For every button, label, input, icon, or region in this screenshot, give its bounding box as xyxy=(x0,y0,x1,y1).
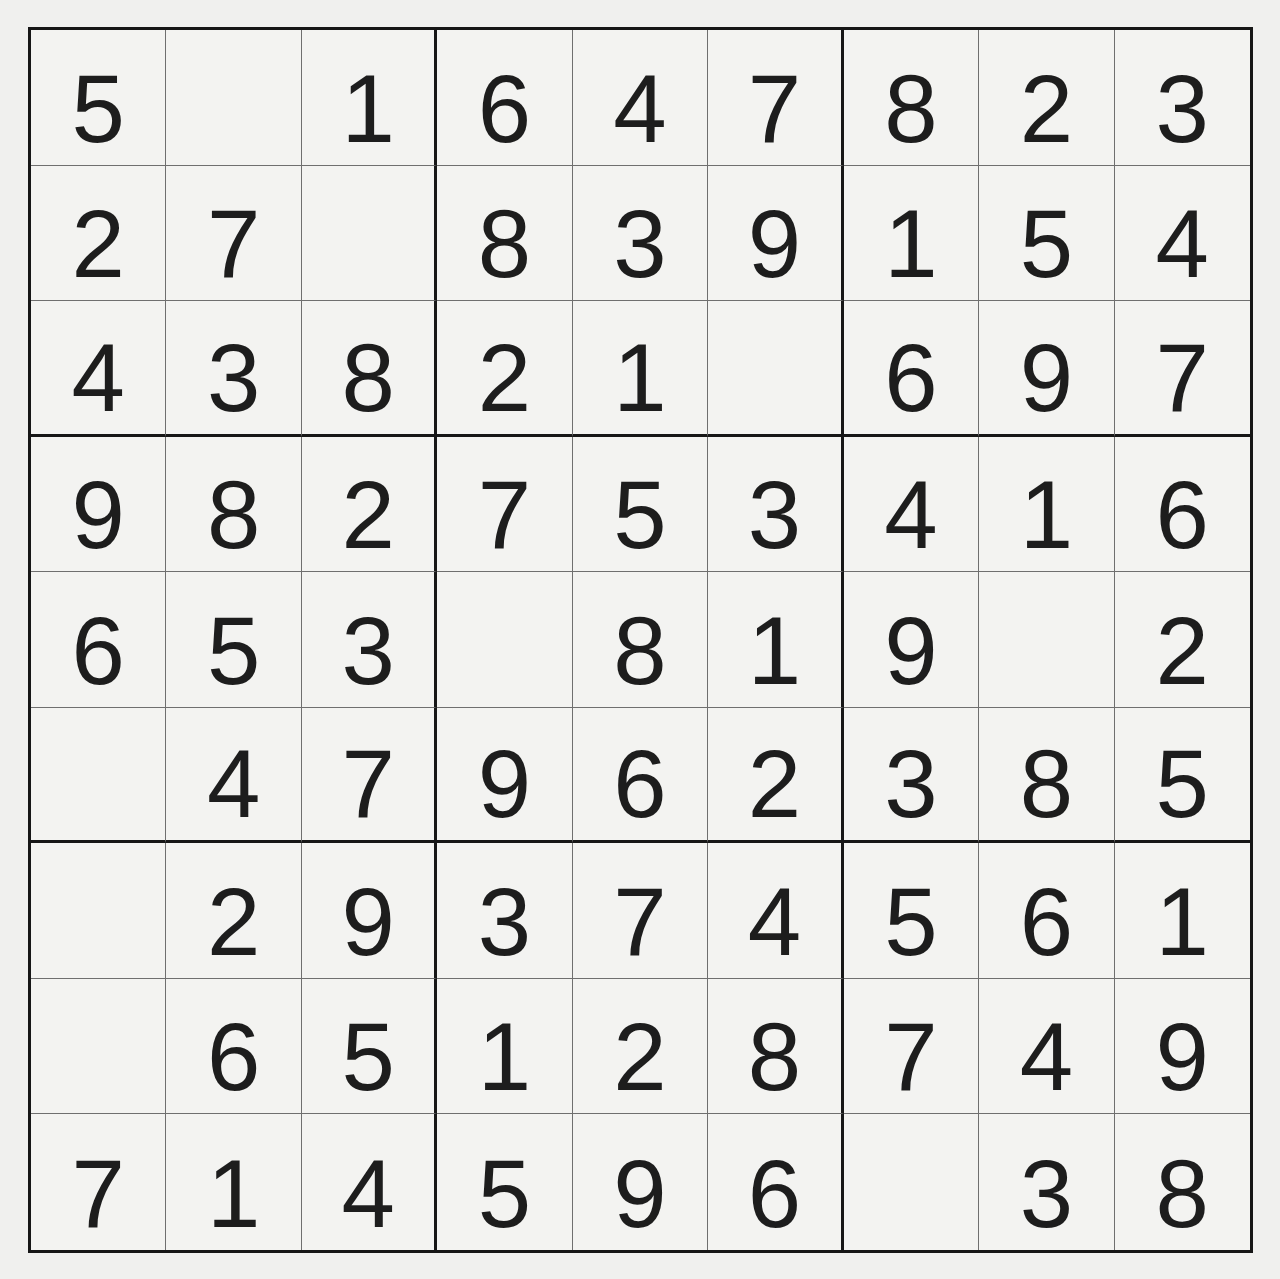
cell-r5c9[interactable]: 2 xyxy=(1115,572,1250,708)
cell-r9c3[interactable]: 4 xyxy=(302,1114,437,1250)
cell-r7c4[interactable]: 3 xyxy=(437,843,572,979)
cell-r7c7[interactable]: 5 xyxy=(844,843,979,979)
cell-r6c6[interactable]: 2 xyxy=(708,708,843,844)
cell-r8c2[interactable]: 6 xyxy=(166,979,301,1115)
cell-r8c6[interactable]: 8 xyxy=(708,979,843,1115)
cell-r1c1[interactable]: 5 xyxy=(31,30,166,166)
cell-r2c2[interactable]: 7 xyxy=(166,166,301,302)
cell-r3c5[interactable]: 1 xyxy=(573,301,708,437)
cell-r6c2[interactable]: 4 xyxy=(166,708,301,844)
cell-r9c8[interactable]: 3 xyxy=(979,1114,1114,1250)
cell-r9c1[interactable]: 7 xyxy=(31,1114,166,1250)
cell-r8c5[interactable]: 2 xyxy=(573,979,708,1115)
cell-r8c4[interactable]: 1 xyxy=(437,979,572,1115)
cell-r7c9[interactable]: 1 xyxy=(1115,843,1250,979)
cell-r5c6[interactable]: 1 xyxy=(708,572,843,708)
cell-r9c6[interactable]: 6 xyxy=(708,1114,843,1250)
cell-r4c2[interactable]: 8 xyxy=(166,437,301,573)
cell-r2c9[interactable]: 4 xyxy=(1115,166,1250,302)
cell-r5c5[interactable]: 8 xyxy=(573,572,708,708)
cell-r1c5[interactable]: 4 xyxy=(573,30,708,166)
cell-r2c3[interactable] xyxy=(302,166,437,302)
cell-r2c5[interactable]: 3 xyxy=(573,166,708,302)
cell-r2c7[interactable]: 1 xyxy=(844,166,979,302)
cell-r7c1[interactable] xyxy=(31,843,166,979)
cell-r3c6[interactable] xyxy=(708,301,843,437)
cell-r4c7[interactable]: 4 xyxy=(844,437,979,573)
cell-r1c7[interactable]: 8 xyxy=(844,30,979,166)
cell-r2c4[interactable]: 8 xyxy=(437,166,572,302)
cell-r3c7[interactable]: 6 xyxy=(844,301,979,437)
cell-r4c5[interactable]: 5 xyxy=(573,437,708,573)
cell-r7c6[interactable]: 4 xyxy=(708,843,843,979)
cell-r5c1[interactable]: 6 xyxy=(31,572,166,708)
cell-r1c8[interactable]: 2 xyxy=(979,30,1114,166)
cell-r7c8[interactable]: 6 xyxy=(979,843,1114,979)
cell-r8c3[interactable]: 5 xyxy=(302,979,437,1115)
cell-r6c5[interactable]: 6 xyxy=(573,708,708,844)
cell-r4c1[interactable]: 9 xyxy=(31,437,166,573)
cell-r3c4[interactable]: 2 xyxy=(437,301,572,437)
cell-r7c2[interactable]: 2 xyxy=(166,843,301,979)
cell-r8c8[interactable]: 4 xyxy=(979,979,1114,1115)
cell-r6c3[interactable]: 7 xyxy=(302,708,437,844)
cell-r2c1[interactable]: 2 xyxy=(31,166,166,302)
cell-r3c2[interactable]: 3 xyxy=(166,301,301,437)
cell-r8c7[interactable]: 7 xyxy=(844,979,979,1115)
cell-r6c4[interactable]: 9 xyxy=(437,708,572,844)
cell-r8c9[interactable]: 9 xyxy=(1115,979,1250,1115)
cell-r1c3[interactable]: 1 xyxy=(302,30,437,166)
cell-r3c9[interactable]: 7 xyxy=(1115,301,1250,437)
cell-r1c4[interactable]: 6 xyxy=(437,30,572,166)
cell-r9c5[interactable]: 9 xyxy=(573,1114,708,1250)
cell-r9c9[interactable]: 8 xyxy=(1115,1114,1250,1250)
cell-r5c7[interactable]: 9 xyxy=(844,572,979,708)
cell-r1c6[interactable]: 7 xyxy=(708,30,843,166)
cell-r9c4[interactable]: 5 xyxy=(437,1114,572,1250)
cell-r7c5[interactable]: 7 xyxy=(573,843,708,979)
sudoku-board: 5164782327839154438216979827534166538192… xyxy=(28,27,1253,1253)
cell-r2c6[interactable]: 9 xyxy=(708,166,843,302)
cell-r1c9[interactable]: 3 xyxy=(1115,30,1250,166)
cell-r6c9[interactable]: 5 xyxy=(1115,708,1250,844)
cell-r6c1[interactable] xyxy=(31,708,166,844)
cell-r3c8[interactable]: 9 xyxy=(979,301,1114,437)
cell-r6c8[interactable]: 8 xyxy=(979,708,1114,844)
cell-r9c7[interactable] xyxy=(844,1114,979,1250)
cell-r3c3[interactable]: 8 xyxy=(302,301,437,437)
cell-r1c2[interactable] xyxy=(166,30,301,166)
cell-r5c2[interactable]: 5 xyxy=(166,572,301,708)
cell-r3c1[interactable]: 4 xyxy=(31,301,166,437)
cell-r8c1[interactable] xyxy=(31,979,166,1115)
cell-r4c8[interactable]: 1 xyxy=(979,437,1114,573)
cell-r5c8[interactable] xyxy=(979,572,1114,708)
cell-r4c3[interactable]: 2 xyxy=(302,437,437,573)
cell-r6c7[interactable]: 3 xyxy=(844,708,979,844)
cell-r4c4[interactable]: 7 xyxy=(437,437,572,573)
cell-r7c3[interactable]: 9 xyxy=(302,843,437,979)
cell-r9c2[interactable]: 1 xyxy=(166,1114,301,1250)
cell-r4c6[interactable]: 3 xyxy=(708,437,843,573)
cell-r4c9[interactable]: 6 xyxy=(1115,437,1250,573)
cell-r2c8[interactable]: 5 xyxy=(979,166,1114,302)
cell-r5c4[interactable] xyxy=(437,572,572,708)
cell-r5c3[interactable]: 3 xyxy=(302,572,437,708)
